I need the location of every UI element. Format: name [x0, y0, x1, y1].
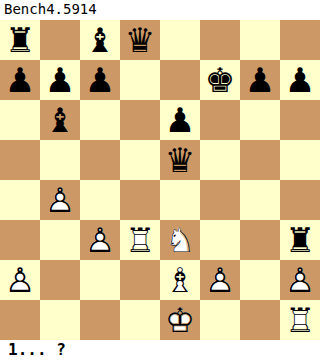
piece-outline: ♘ [160, 220, 200, 260]
piece-white-pawn: ♟♙ [200, 260, 240, 300]
piece-outline: ♖ [120, 220, 160, 260]
square-a6[interactable] [0, 100, 40, 140]
piece-outline: ♙ [0, 260, 40, 300]
square-d1[interactable] [120, 300, 160, 340]
square-e3[interactable]: ♞♘ [160, 220, 200, 260]
piece-black-king: ♚ [200, 60, 240, 100]
piece-white-rook: ♜♖ [120, 220, 160, 260]
square-a4[interactable] [0, 180, 40, 220]
square-d6[interactable] [120, 100, 160, 140]
square-c2[interactable] [80, 260, 120, 300]
square-b7[interactable]: ♟ [40, 60, 80, 100]
square-f5[interactable] [200, 140, 240, 180]
piece-white-rook: ♜♖ [280, 300, 320, 340]
square-b2[interactable] [40, 260, 80, 300]
square-d4[interactable] [120, 180, 160, 220]
piece-black-rook: ♜ [280, 220, 320, 260]
square-h5[interactable] [280, 140, 320, 180]
square-f8[interactable] [200, 20, 240, 60]
square-e7[interactable] [160, 60, 200, 100]
square-d2[interactable] [120, 260, 160, 300]
square-h6[interactable] [280, 100, 320, 140]
piece-black-queen: ♛ [120, 20, 160, 60]
move-prompt: 1... ? [0, 340, 320, 360]
square-f4[interactable] [200, 180, 240, 220]
piece-black-pawn: ♟ [0, 60, 40, 100]
page-title: Bench4.5914 [0, 0, 320, 20]
square-e8[interactable] [160, 20, 200, 60]
square-g5[interactable] [240, 140, 280, 180]
square-g8[interactable] [240, 20, 280, 60]
square-f3[interactable] [200, 220, 240, 260]
square-h8[interactable] [280, 20, 320, 60]
piece-white-pawn: ♟♙ [280, 260, 320, 300]
square-b3[interactable] [40, 220, 80, 260]
square-g2[interactable] [240, 260, 280, 300]
square-g4[interactable] [240, 180, 280, 220]
square-b8[interactable] [40, 20, 80, 60]
square-a8[interactable]: ♜ [0, 20, 40, 60]
square-d5[interactable] [120, 140, 160, 180]
square-c3[interactable]: ♟♙ [80, 220, 120, 260]
square-e6[interactable]: ♟ [160, 100, 200, 140]
piece-black-pawn: ♟ [280, 60, 320, 100]
piece-black-bishop: ♝ [80, 20, 120, 60]
square-a3[interactable] [0, 220, 40, 260]
square-f1[interactable] [200, 300, 240, 340]
piece-black-pawn: ♟ [240, 60, 280, 100]
square-e4[interactable] [160, 180, 200, 220]
square-a7[interactable]: ♟ [0, 60, 40, 100]
square-e5[interactable]: ♛ [160, 140, 200, 180]
square-g3[interactable] [240, 220, 280, 260]
piece-white-king: ♚♔ [160, 300, 200, 340]
chess-board: ♜♝♛♟♟♟♚♟♟♝♟♛♟♙♟♙♜♖♞♘♜♟♙♝♗♟♙♟♙♚♔♜♖ [0, 20, 320, 340]
square-d3[interactable]: ♜♖ [120, 220, 160, 260]
square-h3[interactable]: ♜ [280, 220, 320, 260]
piece-outline: ♙ [200, 260, 240, 300]
square-g6[interactable] [240, 100, 280, 140]
square-d8[interactable]: ♛ [120, 20, 160, 60]
piece-white-bishop: ♝♗ [160, 260, 200, 300]
piece-white-pawn: ♟♙ [0, 260, 40, 300]
square-g1[interactable] [240, 300, 280, 340]
square-a2[interactable]: ♟♙ [0, 260, 40, 300]
square-c7[interactable]: ♟ [80, 60, 120, 100]
piece-outline: ♙ [280, 260, 320, 300]
square-h7[interactable]: ♟ [280, 60, 320, 100]
piece-white-knight: ♞♘ [160, 220, 200, 260]
square-c6[interactable] [80, 100, 120, 140]
square-h2[interactable]: ♟♙ [280, 260, 320, 300]
square-c4[interactable] [80, 180, 120, 220]
piece-outline: ♙ [80, 220, 120, 260]
piece-white-pawn: ♟♙ [40, 180, 80, 220]
piece-outline: ♙ [40, 180, 80, 220]
square-c1[interactable] [80, 300, 120, 340]
piece-black-pawn: ♟ [160, 100, 200, 140]
square-e1[interactable]: ♚♔ [160, 300, 200, 340]
piece-black-bishop: ♝ [40, 100, 80, 140]
square-h1[interactable]: ♜♖ [280, 300, 320, 340]
piece-black-pawn: ♟ [80, 60, 120, 100]
piece-black-pawn: ♟ [40, 60, 80, 100]
square-f7[interactable]: ♚ [200, 60, 240, 100]
square-b1[interactable] [40, 300, 80, 340]
square-c8[interactable]: ♝ [80, 20, 120, 60]
square-g7[interactable]: ♟ [240, 60, 280, 100]
square-f2[interactable]: ♟♙ [200, 260, 240, 300]
piece-black-queen: ♛ [160, 140, 200, 180]
square-a5[interactable] [0, 140, 40, 180]
piece-white-pawn: ♟♙ [80, 220, 120, 260]
piece-outline: ♖ [280, 300, 320, 340]
piece-black-rook: ♜ [0, 20, 40, 60]
square-b6[interactable]: ♝ [40, 100, 80, 140]
square-b5[interactable] [40, 140, 80, 180]
square-c5[interactable] [80, 140, 120, 180]
square-a1[interactable] [0, 300, 40, 340]
square-f6[interactable] [200, 100, 240, 140]
square-b4[interactable]: ♟♙ [40, 180, 80, 220]
square-d7[interactable] [120, 60, 160, 100]
square-h4[interactable] [280, 180, 320, 220]
square-e2[interactable]: ♝♗ [160, 260, 200, 300]
piece-outline: ♗ [160, 260, 200, 300]
piece-outline: ♔ [160, 300, 200, 340]
